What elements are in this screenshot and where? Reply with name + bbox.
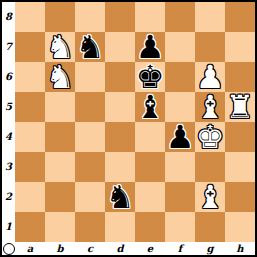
rank-label-3: 3: [2, 152, 15, 182]
square-c2[interactable]: [75, 182, 105, 212]
square-e1[interactable]: [135, 212, 165, 242]
square-d3[interactable]: [105, 152, 135, 182]
square-c8[interactable]: [75, 2, 105, 32]
square-a5[interactable]: [15, 92, 45, 122]
square-d7[interactable]: [105, 32, 135, 62]
black-pawn-icon: ♟: [165, 122, 195, 152]
square-h2[interactable]: [225, 182, 255, 212]
square-a2[interactable]: [15, 182, 45, 212]
white-knight-icon: ♞: [45, 62, 75, 92]
file-label-a: a: [15, 242, 45, 255]
rank-label-2: 2: [2, 182, 15, 212]
square-g6[interactable]: ♟: [195, 62, 225, 92]
square-h1[interactable]: [225, 212, 255, 242]
side-to-move-indicator: [2, 242, 15, 255]
white-bishop-icon: ♝: [195, 182, 225, 212]
black-knight-icon: ♞: [105, 182, 135, 212]
square-h8[interactable]: [225, 2, 255, 32]
square-f2[interactable]: [165, 182, 195, 212]
chess-board[interactable]: ♞♞♟♞♚♟♝♝♜♟♚♞♝: [15, 2, 255, 242]
square-d2[interactable]: ♞: [105, 182, 135, 212]
file-label-c: c: [75, 242, 105, 255]
black-king-icon: ♚: [135, 62, 165, 92]
file-label-h: h: [225, 242, 255, 255]
rank-label-6: 6: [2, 62, 15, 92]
square-d8[interactable]: [105, 2, 135, 32]
square-b7[interactable]: ♞: [45, 32, 75, 62]
square-e2[interactable]: [135, 182, 165, 212]
white-king-icon: ♚: [195, 122, 225, 152]
square-f8[interactable]: [165, 2, 195, 32]
file-label-d: d: [105, 242, 135, 255]
square-d6[interactable]: [105, 62, 135, 92]
square-f6[interactable]: [165, 62, 195, 92]
square-b5[interactable]: [45, 92, 75, 122]
white-bishop-icon: ♝: [195, 92, 225, 122]
white-rook-icon: ♜: [225, 92, 255, 122]
file-label-b: b: [45, 242, 75, 255]
square-h3[interactable]: [225, 152, 255, 182]
file-label-e: e: [135, 242, 165, 255]
square-a8[interactable]: [15, 2, 45, 32]
square-h6[interactable]: [225, 62, 255, 92]
square-a6[interactable]: [15, 62, 45, 92]
square-e7[interactable]: ♟: [135, 32, 165, 62]
black-knight-icon: ♞: [75, 32, 105, 62]
square-a1[interactable]: [15, 212, 45, 242]
square-g7[interactable]: [195, 32, 225, 62]
square-c4[interactable]: [75, 122, 105, 152]
square-a7[interactable]: [15, 32, 45, 62]
rank-labels: 87654321: [2, 2, 15, 242]
square-h7[interactable]: [225, 32, 255, 62]
square-b2[interactable]: [45, 182, 75, 212]
square-h4[interactable]: [225, 122, 255, 152]
square-f4[interactable]: ♟: [165, 122, 195, 152]
square-e3[interactable]: [135, 152, 165, 182]
square-h5[interactable]: ♜: [225, 92, 255, 122]
rank-label-7: 7: [2, 32, 15, 62]
square-g2[interactable]: ♝: [195, 182, 225, 212]
square-a3[interactable]: [15, 152, 45, 182]
square-f5[interactable]: [165, 92, 195, 122]
square-e8[interactable]: [135, 2, 165, 32]
square-f3[interactable]: [165, 152, 195, 182]
black-bishop-icon: ♝: [135, 92, 165, 122]
file-labels: abcdefgh: [15, 242, 255, 255]
square-f1[interactable]: [165, 212, 195, 242]
square-b4[interactable]: [45, 122, 75, 152]
square-b8[interactable]: [45, 2, 75, 32]
white-pawn-icon: ♟: [195, 62, 225, 92]
square-g3[interactable]: [195, 152, 225, 182]
square-d1[interactable]: [105, 212, 135, 242]
square-e5[interactable]: ♝: [135, 92, 165, 122]
rank-label-5: 5: [2, 92, 15, 122]
rank-label-8: 8: [2, 2, 15, 32]
square-d4[interactable]: [105, 122, 135, 152]
white-to-move-circle-icon: [3, 243, 15, 255]
chess-diagram: 87654321 ♞♞♟♞♚♟♝♝♜♟♚♞♝ abcdefgh: [0, 0, 257, 257]
square-c5[interactable]: [75, 92, 105, 122]
square-g5[interactable]: ♝: [195, 92, 225, 122]
black-pawn-icon: ♟: [135, 32, 165, 62]
square-c6[interactable]: [75, 62, 105, 92]
square-e4[interactable]: [135, 122, 165, 152]
square-g8[interactable]: [195, 2, 225, 32]
square-a4[interactable]: [15, 122, 45, 152]
file-label-f: f: [165, 242, 195, 255]
square-b3[interactable]: [45, 152, 75, 182]
rank-label-1: 1: [2, 212, 15, 242]
square-c1[interactable]: [75, 212, 105, 242]
square-b1[interactable]: [45, 212, 75, 242]
file-label-g: g: [195, 242, 225, 255]
rank-label-4: 4: [2, 122, 15, 152]
square-e6[interactable]: ♚: [135, 62, 165, 92]
square-c7[interactable]: ♞: [75, 32, 105, 62]
white-knight-icon: ♞: [45, 32, 75, 62]
square-c3[interactable]: [75, 152, 105, 182]
square-f7[interactable]: [165, 32, 195, 62]
square-g4[interactable]: ♚: [195, 122, 225, 152]
square-g1[interactable]: [195, 212, 225, 242]
square-b6[interactable]: ♞: [45, 62, 75, 92]
square-d5[interactable]: [105, 92, 135, 122]
